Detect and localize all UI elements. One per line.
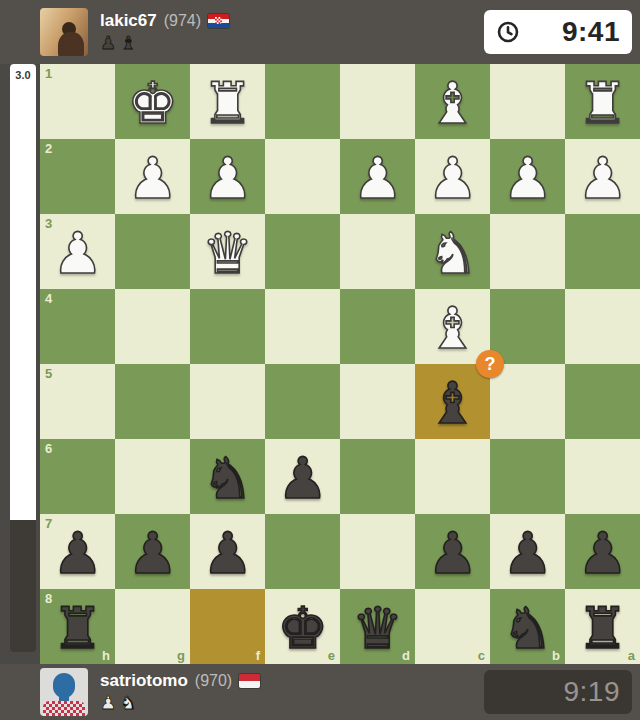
white-bishop-c4[interactable]: ♝ bbox=[415, 289, 490, 364]
evaluation-white-portion: 3.0 bbox=[10, 64, 36, 520]
white-rook-a1[interactable]: ♜ bbox=[565, 64, 640, 139]
square-a3[interactable] bbox=[565, 214, 640, 289]
square-c3[interactable]: ♞ bbox=[415, 214, 490, 289]
square-g8[interactable]: g bbox=[115, 589, 190, 664]
white-rook-f1[interactable]: ♜ bbox=[190, 64, 265, 139]
square-f6[interactable]: ♞ bbox=[190, 439, 265, 514]
board-area: 3.0 1♚♜♝♜2♟︎♟︎♟︎♟︎♟︎♟︎3♟︎♛♞4♝5♝?6♞♟︎7♟︎♟… bbox=[0, 64, 640, 664]
bottom-player-rating: (970) bbox=[195, 672, 232, 690]
black-pawn-c7[interactable]: ♟︎ bbox=[415, 514, 490, 589]
square-a5[interactable] bbox=[565, 364, 640, 439]
square-a8[interactable]: a♜ bbox=[565, 589, 640, 664]
square-f3[interactable]: ♛ bbox=[190, 214, 265, 289]
square-a1[interactable]: ♜ bbox=[565, 64, 640, 139]
rank-label-6: 6 bbox=[45, 441, 52, 456]
square-d6[interactable] bbox=[340, 439, 415, 514]
square-f2[interactable]: ♟︎ bbox=[190, 139, 265, 214]
square-e8[interactable]: e♚ bbox=[265, 589, 340, 664]
square-c6[interactable] bbox=[415, 439, 490, 514]
square-e3[interactable] bbox=[265, 214, 340, 289]
square-b2[interactable]: ♟︎ bbox=[490, 139, 565, 214]
square-b7[interactable]: ♟︎ bbox=[490, 514, 565, 589]
square-g3[interactable] bbox=[115, 214, 190, 289]
avatar-photo-body bbox=[58, 32, 84, 56]
white-pawn-b2[interactable]: ♟︎ bbox=[490, 139, 565, 214]
square-c8[interactable]: c bbox=[415, 589, 490, 664]
square-d7[interactable] bbox=[340, 514, 415, 589]
square-d1[interactable] bbox=[340, 64, 415, 139]
top-clock-time: 9:41 bbox=[520, 16, 620, 48]
square-d8[interactable]: d♛ bbox=[340, 589, 415, 664]
evaluation-bar: 3.0 bbox=[10, 64, 36, 652]
square-h7[interactable]: 7♟︎ bbox=[40, 514, 115, 589]
rank-label-7: 7 bbox=[45, 516, 52, 531]
rank-label-2: 2 bbox=[45, 141, 52, 156]
black-pawn-e6[interactable]: ♟︎ bbox=[265, 439, 340, 514]
square-d5[interactable] bbox=[340, 364, 415, 439]
file-label-f: f bbox=[256, 648, 260, 663]
mistake-badge: ? bbox=[476, 350, 504, 378]
square-g1[interactable]: ♚ bbox=[115, 64, 190, 139]
square-b8[interactable]: b♞ bbox=[490, 589, 565, 664]
bottom-clock-time: 9:19 bbox=[496, 676, 620, 708]
bottom-player-avatar[interactable] bbox=[40, 668, 88, 716]
square-g4[interactable] bbox=[115, 289, 190, 364]
bottom-player-clock: 9:19 bbox=[484, 670, 632, 714]
file-label-b: b bbox=[552, 648, 560, 663]
top-player-avatar[interactable] bbox=[40, 8, 88, 56]
rank-label-1: 1 bbox=[45, 66, 52, 81]
square-h8[interactable]: 8h♜ bbox=[40, 589, 115, 664]
rank-label-5: 5 bbox=[45, 366, 52, 381]
square-b4[interactable] bbox=[490, 289, 565, 364]
top-player-rating: (974) bbox=[164, 12, 201, 30]
square-c5[interactable]: ♝? bbox=[415, 364, 490, 439]
square-h5[interactable]: 5 bbox=[40, 364, 115, 439]
square-h6[interactable]: 6 bbox=[40, 439, 115, 514]
white-bishop-c1[interactable]: ♝ bbox=[415, 64, 490, 139]
file-label-g: g bbox=[177, 648, 185, 663]
rank-label-8: 8 bbox=[45, 591, 52, 606]
captured-black-pawn-icon: ♟︎ bbox=[100, 33, 116, 53]
square-h2[interactable]: 2 bbox=[40, 139, 115, 214]
white-queen-f3[interactable]: ♛ bbox=[190, 214, 265, 289]
black-pawn-a7[interactable]: ♟︎ bbox=[565, 514, 640, 589]
square-e1[interactable] bbox=[265, 64, 340, 139]
square-c1[interactable]: ♝ bbox=[415, 64, 490, 139]
square-a4[interactable] bbox=[565, 289, 640, 364]
square-d4[interactable] bbox=[340, 289, 415, 364]
square-e7[interactable] bbox=[265, 514, 340, 589]
square-c4[interactable]: ♝ bbox=[415, 289, 490, 364]
file-label-d: d bbox=[402, 648, 410, 663]
square-f4[interactable] bbox=[190, 289, 265, 364]
square-c7[interactable]: ♟︎ bbox=[415, 514, 490, 589]
square-f8[interactable]: f bbox=[190, 589, 265, 664]
white-king-g1[interactable]: ♚ bbox=[115, 64, 190, 139]
captured-white-pawn-icon: ♟︎ bbox=[100, 693, 116, 713]
captured-white-knight-icon: ♞︎ bbox=[120, 693, 136, 713]
square-b5[interactable] bbox=[490, 364, 565, 439]
square-e4[interactable] bbox=[265, 289, 340, 364]
square-d3[interactable] bbox=[340, 214, 415, 289]
square-d2[interactable]: ♟︎ bbox=[340, 139, 415, 214]
square-h4[interactable]: 4 bbox=[40, 289, 115, 364]
file-label-a: a bbox=[628, 648, 635, 663]
square-g2[interactable]: ♟︎ bbox=[115, 139, 190, 214]
black-bishop-c5[interactable]: ♝ bbox=[415, 364, 490, 439]
croatia-flag-icon bbox=[208, 14, 229, 28]
rank-label-4: 4 bbox=[45, 291, 52, 306]
top-player-bar: lakic67 (974) ♟︎♝︎ 9:41 bbox=[0, 0, 640, 64]
chess-board[interactable]: 1♚♜♝♜2♟︎♟︎♟︎♟︎♟︎♟︎3♟︎♛♞4♝5♝?6♞♟︎7♟︎♟︎♟︎♟… bbox=[40, 64, 640, 664]
top-player-username[interactable]: lakic67 bbox=[100, 11, 157, 31]
white-knight-c3[interactable]: ♞ bbox=[415, 214, 490, 289]
white-pawn-d2[interactable]: ♟︎ bbox=[340, 139, 415, 214]
file-label-e: e bbox=[328, 648, 335, 663]
square-b6[interactable] bbox=[490, 439, 565, 514]
bottom-player-bar: satriotomo (970) ♟︎♞︎ 9:19 bbox=[0, 664, 640, 720]
square-h1[interactable]: 1 bbox=[40, 64, 115, 139]
top-player-clock: 9:41 bbox=[484, 10, 632, 54]
evaluation-value: 3.0 bbox=[10, 64, 36, 81]
file-label-c: c bbox=[478, 648, 485, 663]
square-e5[interactable] bbox=[265, 364, 340, 439]
black-knight-f6[interactable]: ♞ bbox=[190, 439, 265, 514]
black-pawn-g7[interactable]: ♟︎ bbox=[115, 514, 190, 589]
square-b3[interactable] bbox=[490, 214, 565, 289]
square-g5[interactable] bbox=[115, 364, 190, 439]
square-a6[interactable] bbox=[565, 439, 640, 514]
square-c2[interactable]: ♟︎ bbox=[415, 139, 490, 214]
file-label-h: h bbox=[102, 648, 110, 663]
black-pawn-f7[interactable]: ♟︎ bbox=[190, 514, 265, 589]
clock-icon bbox=[496, 20, 520, 44]
indonesia-flag-icon bbox=[239, 674, 260, 688]
square-a2[interactable]: ♟︎ bbox=[565, 139, 640, 214]
captured-black-bishop-icon: ♝︎ bbox=[120, 33, 136, 53]
white-pawn-f2[interactable]: ♟︎ bbox=[190, 139, 265, 214]
chess-app: lakic67 (974) ♟︎♝︎ 9:41 3.0 1♚♜♝♜2♟︎♟︎♟︎… bbox=[0, 0, 640, 720]
square-g6[interactable] bbox=[115, 439, 190, 514]
white-pawn-c2[interactable]: ♟︎ bbox=[415, 139, 490, 214]
black-pawn-b7[interactable]: ♟︎ bbox=[490, 514, 565, 589]
square-b1[interactable] bbox=[490, 64, 565, 139]
square-f1[interactable]: ♜ bbox=[190, 64, 265, 139]
bottom-player-username[interactable]: satriotomo bbox=[100, 671, 188, 691]
square-g7[interactable]: ♟︎ bbox=[115, 514, 190, 589]
square-f7[interactable]: ♟︎ bbox=[190, 514, 265, 589]
rank-label-3: 3 bbox=[45, 216, 52, 231]
white-pawn-g2[interactable]: ♟︎ bbox=[115, 139, 190, 214]
white-pawn-a2[interactable]: ♟︎ bbox=[565, 139, 640, 214]
square-e6[interactable]: ♟︎ bbox=[265, 439, 340, 514]
square-e2[interactable] bbox=[265, 139, 340, 214]
square-h3[interactable]: 3♟︎ bbox=[40, 214, 115, 289]
square-f5[interactable] bbox=[190, 364, 265, 439]
square-a7[interactable]: ♟︎ bbox=[565, 514, 640, 589]
